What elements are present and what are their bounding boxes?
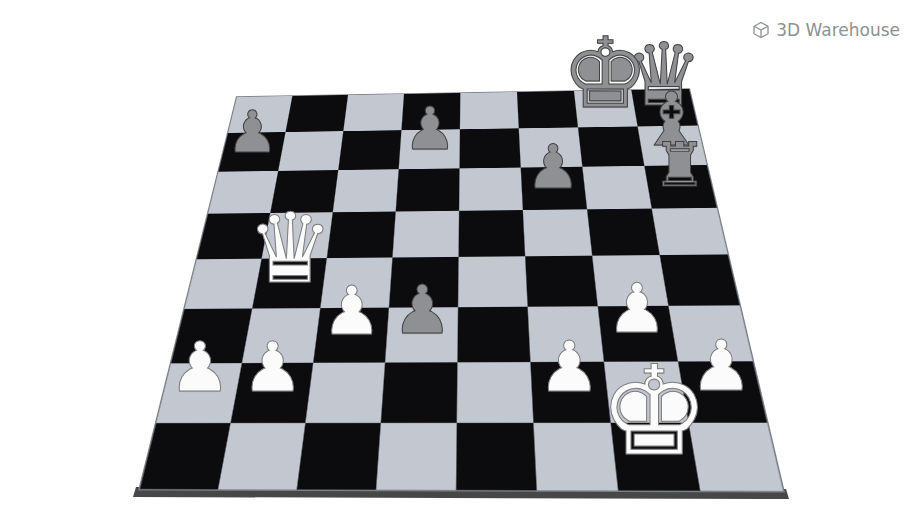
square-b7[interactable] [278,131,343,171]
square-e3[interactable] [457,307,530,363]
square-b1[interactable] [218,423,305,489]
square-f5[interactable] [523,209,592,256]
piece-black-pawn-a7[interactable]: ♟ [227,102,279,160]
square-h4[interactable] [660,254,740,305]
square-e1[interactable] [456,423,537,490]
piece-white-pawn-f2[interactable]: ♟ [538,332,601,402]
square-b8[interactable] [286,95,348,132]
piece-black-king-g8[interactable]: ♚ [561,24,649,122]
piece-white-pawn-g3[interactable]: ♟ [606,275,667,343]
square-c2[interactable] [305,363,385,423]
piece-white-queen-b4[interactable]: ♛ [247,199,334,296]
square-c1[interactable] [297,423,381,490]
square-d2[interactable] [381,362,458,423]
piece-black-pawn-d7[interactable]: ♟ [403,99,456,158]
piece-black-pawn-f6[interactable]: ♟ [526,136,581,197]
piece-black-pawn-d3[interactable]: ♟ [392,277,452,344]
square-d6[interactable] [396,168,460,211]
square-h5[interactable] [652,208,728,255]
square-c7[interactable] [338,130,401,170]
square-e8[interactable] [460,92,519,129]
square-e5[interactable] [459,210,526,257]
square-e2[interactable] [457,362,534,423]
piece-black-rook-h6[interactable]: ♜ [652,135,707,196]
square-e7[interactable] [460,128,521,168]
square-e4[interactable] [458,256,528,307]
piece-white-pawn-c3[interactable]: ♟ [322,278,382,345]
model-viewport: ♚♛♝♜♟♟♟♟♛♚♟♟♟♟♟♟ 3D Warehouse [0,0,910,512]
square-d5[interactable] [392,211,459,258]
square-c6[interactable] [333,169,399,212]
square-g5[interactable] [587,209,660,256]
square-a1[interactable] [140,423,231,489]
square-g6[interactable] [582,166,651,209]
watermark: 3D Warehouse [752,20,900,40]
square-g7[interactable] [578,126,644,166]
cube-logo-icon [752,21,770,39]
watermark-text: 3D Warehouse [776,20,900,40]
square-c8[interactable] [343,94,404,131]
piece-white-king-g1[interactable]: ♚ [599,349,710,473]
piece-white-pawn-b2[interactable]: ♟ [242,334,304,403]
piece-white-pawn-a2[interactable]: ♟ [169,334,231,403]
square-c5[interactable] [327,212,396,259]
square-f4[interactable] [525,256,598,307]
square-d1[interactable] [376,423,457,490]
square-e6[interactable] [459,168,523,211]
